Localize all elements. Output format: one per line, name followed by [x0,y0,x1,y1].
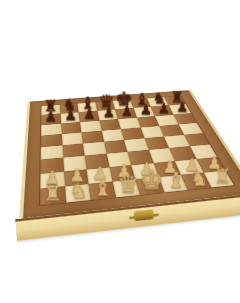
square-d1: ♛ [112,179,140,197]
square-f1: ♝ [158,175,187,193]
brass-clasp [134,209,154,221]
square-h4 [184,133,210,146]
square-a3 [41,158,64,174]
chess-board: ♜♞♝♛♚♝♞♜♟♟♟♟♟♟♟♟♟♟♟♟♟♟♟♟♜♞♝♛♚♝♞♜ [40,96,234,206]
square-d5 [101,129,124,142]
white-pawn: ♟ [38,170,66,188]
square-e5 [121,127,144,140]
square-b1: ♞ [65,184,91,203]
square-b2: ♟ [64,169,89,186]
square-d4 [104,140,128,154]
black-rook: ♜ [40,99,62,114]
square-a8: ♜ [41,105,60,115]
square-c4 [83,142,106,156]
white-rook: ♜ [208,166,236,186]
square-c2: ♟ [87,167,113,184]
square-h5 [178,123,203,135]
square-g3 [169,146,196,161]
product-photo: ♜♞♝♛♚♝♞♜♟♟♟♟♟♟♟♟♟♟♟♟♟♟♟♟♜♞♝♛♚♝♞♜ [0,0,240,303]
white-pawn: ♟ [201,155,228,172]
white-pawn: ♟ [133,161,160,178]
square-c1: ♝ [89,182,116,201]
black-rook: ♜ [167,90,188,105]
chess-set: ♜♞♝♛♚♝♞♜♟♟♟♟♟♟♟♟♟♟♟♟♟♟♟♟♜♞♝♛♚♝♞♜ [19,90,240,219]
square-g4 [164,135,190,148]
square-f4 [144,137,169,150]
white-pawn: ♟ [63,168,91,185]
square-b4 [62,144,85,158]
square-a1: ♜ [40,186,66,205]
